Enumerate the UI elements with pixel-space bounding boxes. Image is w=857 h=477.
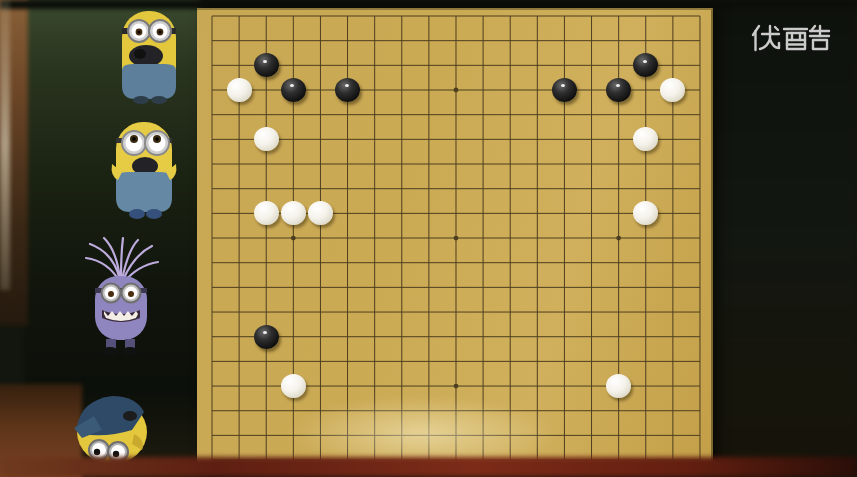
black-stone [254,53,279,77]
minion-foot [129,209,145,219]
wild-purple-hair [86,238,158,282]
minion-body [95,276,147,340]
camera-lens [134,49,146,59]
black-stone [552,78,577,102]
toy-camera [129,45,163,67]
minion-overalls [116,172,172,212]
minion-figurine-blue-overalls [108,118,180,220]
minion-figurine-lying-blue-cover [72,386,152,468]
minion-foot [122,347,138,355]
dark-detail [123,411,137,421]
go-board-grid [197,10,711,462]
black-stone [335,78,360,102]
dark-background-right [713,0,857,477]
minion-overalls [122,64,176,99]
go-board [197,8,713,465]
black-stone [254,325,279,349]
minion-foot [151,96,167,104]
minion-foot [102,347,118,355]
minion-figurine-black-vest [113,8,185,105]
black-stone [606,78,631,102]
white-stone [254,201,279,225]
evil-minion-figurine-purple [78,236,164,358]
table-foreground-blur [0,457,857,477]
minion-foot [146,209,162,219]
white-stone [227,78,252,102]
white-stone [281,374,306,398]
board-left-edge-glare [0,0,10,290]
minion-foot [133,96,149,104]
white-stone [254,127,279,151]
black-stone [281,78,306,102]
video-frame: 优酷 [0,0,857,477]
